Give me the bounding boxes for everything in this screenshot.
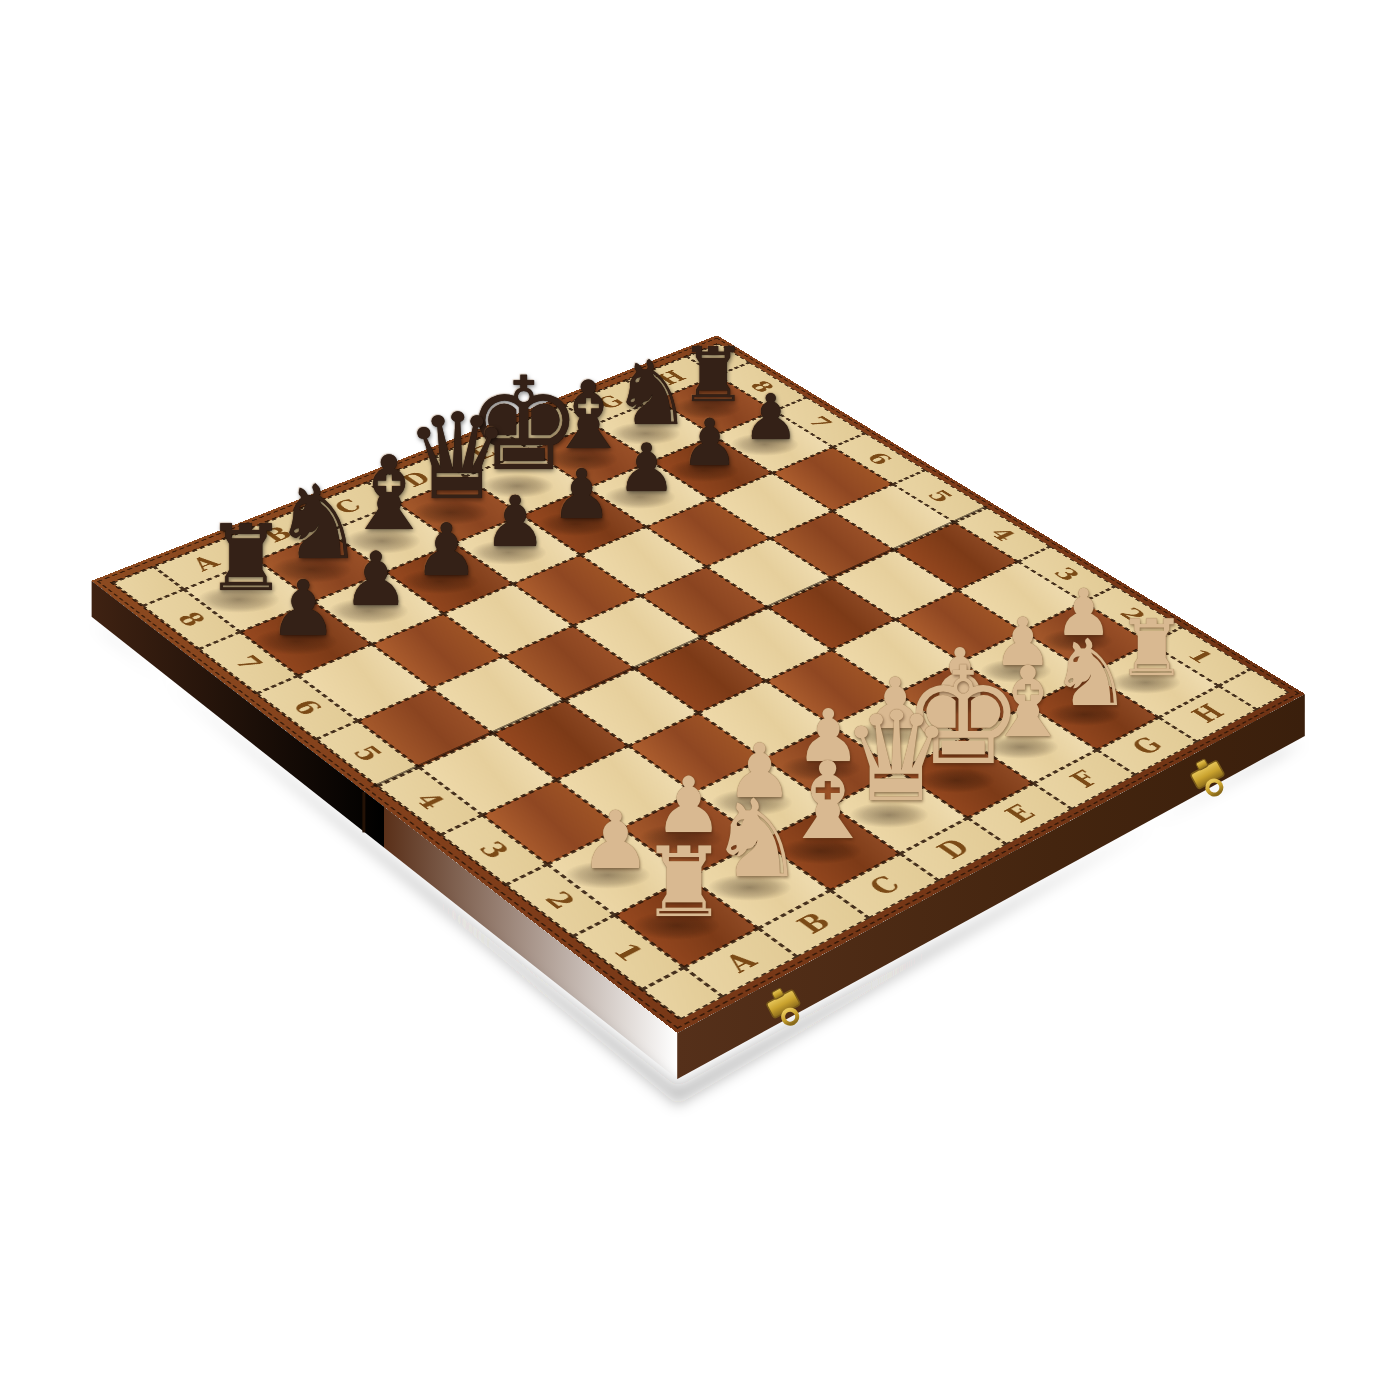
file-label-bottom-g-text: G <box>1125 733 1170 760</box>
rank-label-left-8-text: 8 <box>170 608 212 630</box>
rank-label-left-3-text: 3 <box>471 837 516 863</box>
file-label-top-d-text: D <box>396 468 437 491</box>
file-label-bottom-b-text: B <box>790 908 838 939</box>
rank-label-left-1-text: 1 <box>605 938 651 966</box>
rank-label-right-2-text: 2 <box>1113 604 1151 625</box>
file-label-bottom-d-text: D <box>930 834 977 863</box>
rank-label-right-3-text: 3 <box>1048 564 1086 584</box>
rank-label-right-5-text: 5 <box>921 486 958 505</box>
rank-label-left-5-text: 5 <box>346 741 390 765</box>
rank-label-left-7-text: 7 <box>227 651 270 673</box>
file-label-top-g-text: G <box>591 392 630 413</box>
rank-label-left-6-text: 6 <box>285 696 328 719</box>
chess-set-photo: ABCDEFGH8877665544332211ABCDEFGH ♜♞♟♝♟♚♟… <box>0 0 1400 1400</box>
file-label-top-c-text: C <box>328 495 368 518</box>
file-label-top-e-text: E <box>464 442 502 463</box>
file-label-top-f-text: F <box>529 417 566 437</box>
rank-label-right-7-text: 7 <box>801 413 838 431</box>
rank-label-right-8-text: 8 <box>744 378 780 395</box>
file-label-bottom-a-text: A <box>718 947 765 978</box>
file-label-bottom-e-text: E <box>998 800 1042 827</box>
rank-label-right-4-text: 4 <box>984 525 1022 545</box>
rank-label-right-6-text: 6 <box>861 449 898 468</box>
rank-label-left-4-text: 4 <box>408 788 452 813</box>
file-label-top-a-text: A <box>185 552 225 576</box>
file-label-bottom-c-text: C <box>862 871 908 900</box>
file-label-top-b-text: B <box>257 523 298 547</box>
file-label-top-h-text: H <box>651 367 692 388</box>
rank-label-left-2-text: 2 <box>537 887 582 914</box>
rank-label-right-1-text: 1 <box>1181 645 1220 667</box>
file-label-bottom-h-text: H <box>1185 700 1231 727</box>
file-label-bottom-f-text: F <box>1064 766 1106 792</box>
